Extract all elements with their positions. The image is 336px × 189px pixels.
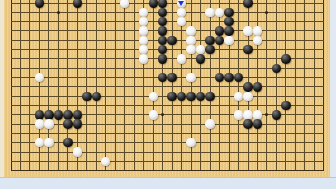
grid-hline (11, 86, 325, 87)
star-point (161, 113, 164, 116)
black-stone (158, 8, 167, 17)
white-stone (243, 26, 252, 35)
black-stone (196, 92, 205, 101)
black-stone (205, 92, 214, 101)
black-stone (158, 26, 167, 35)
white-stone (196, 45, 205, 54)
black-stone (63, 110, 72, 119)
white-stone (224, 36, 233, 45)
black-stone (63, 119, 72, 128)
grid-hline (11, 49, 325, 50)
white-stone (149, 110, 158, 119)
white-stone (186, 138, 195, 147)
black-stone (158, 73, 167, 82)
grid-hline (11, 142, 325, 143)
black-stone (73, 110, 82, 119)
white-stone (73, 147, 82, 156)
grid-hline (11, 124, 325, 125)
last-move-marker (178, 1, 184, 6)
black-stone (149, 0, 158, 8)
black-stone (205, 45, 214, 54)
black-stone (215, 73, 224, 82)
white-stone (253, 110, 262, 119)
white-stone (35, 138, 44, 147)
white-stone (44, 138, 53, 147)
white-stone (186, 26, 195, 35)
grid-hline (11, 161, 325, 162)
star-point (57, 11, 60, 14)
white-stone (139, 8, 148, 17)
white-stone (139, 17, 148, 26)
black-stone (196, 54, 205, 63)
black-stone (272, 110, 281, 119)
white-stone (35, 73, 44, 82)
black-stone (205, 36, 214, 45)
black-stone (186, 92, 195, 101)
grid-hline (11, 170, 325, 171)
white-stone (186, 36, 195, 45)
white-stone (234, 110, 243, 119)
black-stone (224, 8, 233, 17)
white-stone (243, 92, 252, 101)
white-stone (44, 119, 53, 128)
white-stone (205, 8, 214, 17)
white-stone (205, 119, 214, 128)
white-stone (234, 92, 243, 101)
black-stone (35, 110, 44, 119)
black-stone (253, 119, 262, 128)
black-stone (224, 17, 233, 26)
bottom-ui-strip (0, 177, 336, 189)
black-stone (224, 73, 233, 82)
white-stone (139, 26, 148, 35)
left-edge-strip (0, 0, 4, 177)
white-stone (177, 8, 186, 17)
black-stone (73, 119, 82, 128)
black-stone (215, 36, 224, 45)
black-stone (35, 0, 44, 8)
black-stone (243, 82, 252, 91)
black-stone (167, 73, 176, 82)
grid-hline (11, 152, 325, 153)
white-stone (186, 73, 195, 82)
black-stone (177, 92, 186, 101)
white-stone (186, 45, 195, 54)
black-stone (243, 0, 252, 8)
black-stone (272, 64, 281, 73)
black-stone (234, 73, 243, 82)
white-stone (253, 36, 262, 45)
grid-hline (11, 3, 325, 4)
black-stone (63, 138, 72, 147)
white-stone (35, 119, 44, 128)
black-stone (54, 110, 63, 119)
black-stone (92, 92, 101, 101)
black-stone (281, 54, 290, 63)
go-app-frame (0, 0, 336, 189)
grid-hline (11, 105, 325, 106)
black-stone (167, 92, 176, 101)
black-stone (243, 45, 252, 54)
grid-hline (11, 133, 325, 134)
black-stone (158, 17, 167, 26)
black-stone (253, 82, 262, 91)
white-stone (149, 92, 158, 101)
white-stone (139, 45, 148, 54)
black-stone (243, 119, 252, 128)
white-stone (101, 157, 110, 166)
white-stone (253, 26, 262, 35)
right-edge-strip (330, 0, 336, 177)
black-stone (158, 36, 167, 45)
black-stone (281, 101, 290, 110)
black-stone (82, 92, 91, 101)
black-stone (224, 26, 233, 35)
white-stone (177, 54, 186, 63)
black-stone (215, 26, 224, 35)
white-stone (243, 110, 252, 119)
black-stone (158, 54, 167, 63)
grid-hline (11, 21, 325, 22)
white-stone (120, 0, 129, 8)
black-stone (158, 0, 167, 8)
white-stone (139, 36, 148, 45)
go-board[interactable] (4, 0, 330, 177)
black-stone (158, 45, 167, 54)
grid-hline (11, 30, 325, 31)
white-stone (215, 8, 224, 17)
white-stone (139, 54, 148, 63)
grid-hline (11, 58, 325, 59)
white-stone (177, 17, 186, 26)
black-stone (167, 36, 176, 45)
black-stone (44, 110, 53, 119)
black-stone (73, 0, 82, 8)
